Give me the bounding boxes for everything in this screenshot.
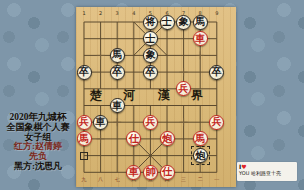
file-label-bottom: 三	[181, 177, 186, 182]
file-label-top: 4	[132, 11, 135, 16]
piece-black-pawn[interactable]: 卒	[143, 65, 158, 80]
piece-black-rook[interactable]: 車	[93, 115, 108, 130]
piece-red-pawn[interactable]: 兵	[209, 115, 224, 130]
piece-black-elephant[interactable]: 象	[176, 15, 191, 30]
black-player: 黑方:沈思凡	[0, 162, 76, 172]
file-label-top: 2	[99, 11, 102, 16]
file-label-bottom: 二	[198, 177, 203, 182]
file-label-top: 3	[116, 11, 119, 16]
piece-red-horse[interactable]: 馬	[193, 131, 208, 146]
file-label-bottom: 九	[82, 177, 87, 182]
piece-black-cannon[interactable]: 炮	[193, 148, 208, 163]
piece-black-rook[interactable]: 車	[110, 98, 125, 113]
piece-red-pawn[interactable]: 兵	[143, 115, 158, 130]
video-frame: 123456789 九八七六五四三二一 楚 河 漢 界 将士象馬士車馬象卒卒卒卒…	[0, 0, 304, 190]
heart-icon: ♥	[241, 163, 246, 170]
piece-black-advisor[interactable]: 士	[143, 31, 158, 46]
piece-black-horse[interactable]: 馬	[193, 15, 208, 30]
piece-black-horse[interactable]: 馬	[110, 48, 125, 63]
move-from-marker	[80, 152, 88, 160]
piece-red-cannon[interactable]: 炮	[160, 131, 175, 146]
piece-black-elephant[interactable]: 象	[143, 48, 158, 63]
piece-red-pawn[interactable]: 兵	[77, 115, 92, 130]
file-label-top: 9	[215, 11, 218, 16]
piece-black-advisor[interactable]: 士	[160, 15, 175, 30]
piece-black-general[interactable]: 将	[143, 15, 158, 30]
file-label-bottom: 七	[115, 177, 120, 182]
watermark-badge: I♥ YOU 哈利路亚十亮	[237, 162, 297, 181]
piece-red-advisor[interactable]: 仕	[160, 165, 175, 180]
file-label-top: 1	[82, 11, 85, 16]
piece-red-king[interactable]: 帥	[143, 165, 158, 180]
watermark-line2: YOU 哈利路亚十亮	[239, 170, 295, 176]
file-label-bottom: 一	[214, 177, 219, 182]
piece-black-pawn[interactable]: 卒	[77, 65, 92, 80]
file-label-bottom: 八	[98, 177, 103, 182]
piece-black-pawn[interactable]: 卒	[209, 65, 224, 80]
piece-red-rook[interactable]: 車	[193, 31, 208, 46]
watermark-line1: I♥	[239, 163, 295, 170]
piece-black-pawn[interactable]: 卒	[110, 65, 125, 80]
piece-red-horse[interactable]: 馬	[77, 131, 92, 146]
xiangqi-board: 123456789 九八七六五四三二一 楚 河 漢 界 将士象馬士車馬象卒卒卒卒…	[76, 7, 236, 187]
event-info: 2020年九城杯 全国象棋个人赛 女子组 红方:赵倩婷 先负 黑方:沈思凡	[0, 113, 76, 172]
piece-red-rook[interactable]: 車	[126, 165, 141, 180]
